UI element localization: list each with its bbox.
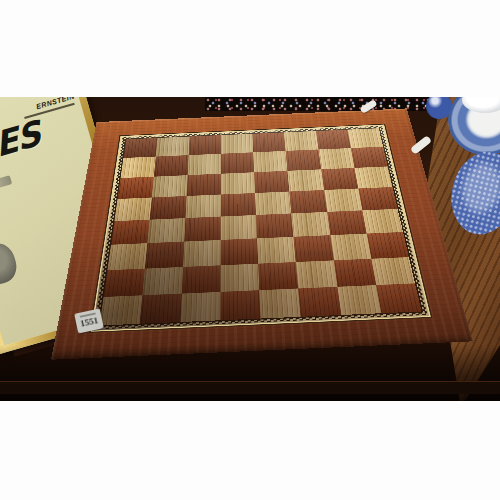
square-r8c7-light bbox=[337, 285, 381, 315]
square-r5c2-light bbox=[148, 218, 186, 243]
square-r2c7-light bbox=[318, 148, 354, 169]
square-r7c3-dark bbox=[181, 265, 220, 293]
square-r3c1-dark bbox=[118, 176, 154, 198]
square-r7c2-light bbox=[142, 267, 182, 295]
square-r8c1-light bbox=[99, 295, 142, 325]
square-r5c3-dark bbox=[184, 217, 221, 242]
square-r6c4-dark bbox=[220, 238, 258, 265]
square-r2c3-light bbox=[187, 154, 220, 175]
square-r4c6-dark bbox=[289, 190, 326, 214]
auction-photo: ERNSTEIN TLES 1551 bbox=[0, 97, 500, 401]
square-r5c6-light bbox=[291, 212, 330, 237]
square-r6c2-dark bbox=[145, 242, 184, 269]
square-r3c4-light bbox=[221, 172, 255, 194]
square-r8c3-light bbox=[180, 292, 220, 322]
square-r3c2-light bbox=[152, 175, 187, 197]
square-r5c8-light bbox=[362, 209, 403, 234]
square-r4c3-light bbox=[185, 194, 220, 218]
square-r4c8-dark bbox=[358, 187, 397, 210]
square-r1c5-dark bbox=[252, 132, 285, 152]
square-r1c7-dark bbox=[316, 130, 351, 150]
square-r5c1-dark bbox=[111, 220, 150, 245]
square-r3c7-dark bbox=[321, 168, 358, 190]
square-r1c6-light bbox=[284, 131, 318, 151]
square-r6c6-dark bbox=[294, 235, 334, 262]
square-r6c7-light bbox=[330, 234, 371, 260]
board-grid bbox=[99, 128, 421, 325]
square-r2c4-dark bbox=[221, 152, 254, 173]
square-r2c2-dark bbox=[154, 155, 188, 176]
chess-board bbox=[51, 109, 473, 360]
square-r1c1-dark bbox=[123, 138, 157, 158]
square-r2c5-light bbox=[253, 151, 287, 172]
square-r1c3-dark bbox=[188, 135, 221, 155]
table-front-edge bbox=[0, 381, 500, 394]
letterboxed-photo: ERNSTEIN TLES 1551 bbox=[0, 0, 500, 500]
square-r4c1-light bbox=[114, 197, 152, 221]
square-r1c2-light bbox=[156, 137, 189, 157]
square-r2c8-dark bbox=[351, 147, 388, 168]
square-r8c2-dark bbox=[140, 293, 182, 323]
square-r7c6-light bbox=[296, 260, 337, 288]
square-r4c5-light bbox=[255, 191, 291, 215]
square-r8c6-dark bbox=[298, 287, 341, 317]
square-r6c1-light bbox=[107, 243, 147, 270]
square-r5c7-dark bbox=[327, 210, 367, 235]
square-r6c5-light bbox=[257, 237, 296, 264]
square-r6c3-light bbox=[183, 240, 221, 267]
square-r7c5-dark bbox=[258, 262, 298, 290]
square-r3c8-light bbox=[354, 166, 392, 188]
square-r8c4-dark bbox=[220, 290, 260, 320]
square-r7c8-light bbox=[371, 257, 415, 285]
square-r1c4-light bbox=[221, 134, 253, 154]
square-r2c1-light bbox=[121, 157, 156, 178]
square-r7c4-light bbox=[220, 263, 259, 291]
square-r4c7-light bbox=[324, 188, 362, 212]
square-r5c4-light bbox=[221, 215, 258, 240]
square-r5c5-dark bbox=[256, 213, 294, 238]
square-r8c5-light bbox=[259, 288, 301, 318]
square-r8c8-dark bbox=[376, 283, 422, 313]
square-r4c2-dark bbox=[150, 196, 187, 220]
square-r2c6-dark bbox=[286, 150, 321, 171]
square-r7c7-dark bbox=[333, 259, 376, 287]
square-r3c5-dark bbox=[254, 171, 289, 193]
square-r3c3-dark bbox=[186, 174, 220, 196]
square-r7c1-dark bbox=[104, 268, 146, 296]
square-r6c8-dark bbox=[367, 232, 409, 258]
square-r3c6-light bbox=[288, 169, 324, 191]
square-r1c8-light bbox=[347, 128, 383, 148]
square-r4c4-dark bbox=[221, 193, 256, 217]
